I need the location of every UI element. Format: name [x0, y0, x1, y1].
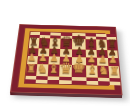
square-f6: ♝ [85, 39, 96, 50]
chess-set-photo: ♜♞♝♛♚♝♞♜♟♟♟♟♟♟♟♟♟♟♟♟♟♟♟♟♜♞♝♛♚♝♞♜ [0, 0, 130, 112]
square-g1 [98, 81, 110, 85]
piece-white-rook: ♜ [26, 63, 37, 75]
piece-black-knight: ♞ [39, 36, 50, 48]
square-d1 [59, 80, 72, 84]
square-h6: ♜ [107, 40, 117, 51]
board-edge [10, 92, 122, 99]
piece-black-rook: ♜ [29, 36, 39, 47]
square-d6: ♛ [60, 39, 72, 50]
square-h1 [110, 81, 121, 85]
square-f1 [86, 81, 98, 85]
square-d2 [59, 77, 72, 81]
square-c1 [47, 80, 59, 84]
square-a1 [25, 79, 36, 83]
square-e1 [72, 81, 86, 85]
square-e6: ♚ [72, 39, 85, 50]
square-c6: ♝ [49, 38, 60, 49]
checker-grid: ♜♞♝♛♚♝♞♜♟♟♟♟♟♟♟♟♟♟♟♟♟♟♟♟♜♞♝♛♚♝♞♜ [25, 32, 108, 85]
square-c3: ♝ [47, 64, 59, 76]
square-e3: ♚ [72, 65, 86, 77]
square-f5: ♟ [86, 50, 97, 58]
square-c4: ♟ [48, 57, 60, 65]
chess-board: ♜♞♝♛♚♝♞♜♟♟♟♟♟♟♟♟♟♟♟♟♟♟♟♟♜♞♝♛♚♝♞♜ [10, 24, 123, 95]
square-g3: ♞ [97, 66, 109, 78]
square-b4: ♟ [37, 56, 48, 64]
square-b1 [36, 80, 48, 84]
square-g6: ♞ [96, 40, 107, 51]
square-d4: ♟ [60, 57, 73, 65]
